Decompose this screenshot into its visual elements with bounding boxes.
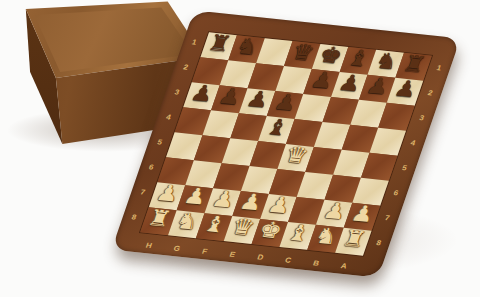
file-label-h: H [134, 240, 165, 251]
file-label-g: G [162, 243, 193, 254]
file-label-e: E [217, 249, 248, 260]
file-label-c: C [273, 255, 304, 266]
file-label-d: D [245, 252, 276, 263]
file-label-b: B [301, 258, 332, 269]
file-label-f: F [189, 246, 220, 257]
file-label-a: A [329, 261, 360, 272]
